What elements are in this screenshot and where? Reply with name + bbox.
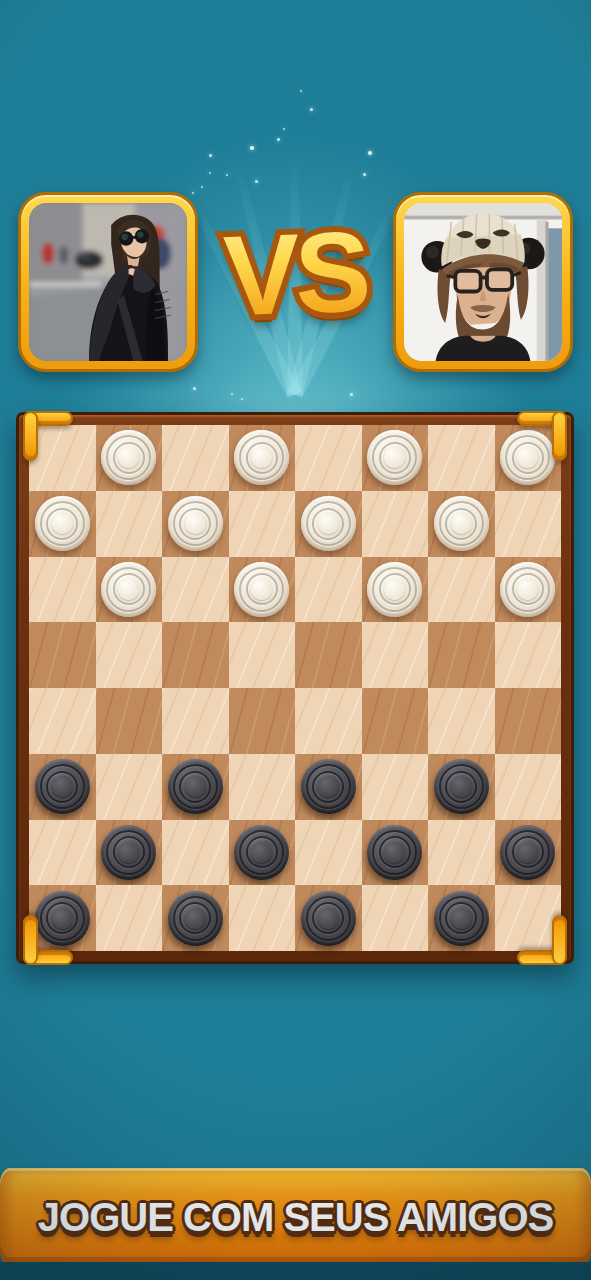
sparkle-dot <box>226 174 228 176</box>
board-dark-square[interactable] <box>29 885 96 951</box>
board-dark-square[interactable] <box>362 425 429 491</box>
board-dark-square[interactable] <box>29 491 96 557</box>
piece-dome <box>185 908 206 929</box>
board-light-square <box>29 425 96 491</box>
board-dark-square[interactable] <box>428 491 495 557</box>
checker-piece-black[interactable] <box>234 825 289 880</box>
board-light-square <box>29 557 96 623</box>
piece-dome <box>251 579 272 600</box>
board-dark-square[interactable] <box>229 820 296 886</box>
checker-piece-white[interactable] <box>500 430 555 485</box>
board-dark-square[interactable] <box>162 622 229 688</box>
player-avatar-left <box>18 192 198 372</box>
checker-piece-black[interactable] <box>168 759 223 814</box>
sparkle-dot <box>283 128 285 130</box>
board-light-square <box>495 622 562 688</box>
checker-piece-white[interactable] <box>101 562 156 617</box>
board-light-square <box>229 885 296 951</box>
board-dark-square[interactable] <box>295 491 362 557</box>
board-light-square <box>295 820 362 886</box>
board-dark-square[interactable] <box>495 557 562 623</box>
sparkle-dot <box>241 398 243 400</box>
board-grid <box>29 425 561 951</box>
sparkle-dot <box>231 393 233 395</box>
board-light-square <box>229 491 296 557</box>
checker-piece-white[interactable] <box>367 430 422 485</box>
board-light-square <box>96 622 163 688</box>
piece-dome <box>185 776 206 797</box>
piece-dome <box>118 579 139 600</box>
board-light-square <box>96 754 163 820</box>
board-light-square <box>362 754 429 820</box>
board-light-square <box>295 688 362 754</box>
checker-piece-black[interactable] <box>101 825 156 880</box>
checker-piece-white[interactable] <box>234 430 289 485</box>
board-light-square <box>428 820 495 886</box>
sparkle-dot <box>350 393 353 396</box>
sparkle-dot <box>255 180 258 183</box>
board-light-square <box>362 885 429 951</box>
board-light-square <box>162 688 229 754</box>
board-dark-square[interactable] <box>162 885 229 951</box>
ad-screen: VS VS <box>0 0 591 1280</box>
cta-banner[interactable]: JOGUE COM SEUS AMIGOS <box>0 1168 591 1266</box>
board-light-square <box>162 557 229 623</box>
piece-dome <box>318 908 339 929</box>
checker-piece-white[interactable] <box>500 562 555 617</box>
player-avatar-right <box>393 192 573 372</box>
checker-piece-black[interactable] <box>35 891 90 946</box>
piece-dome <box>52 776 73 797</box>
board-dark-square[interactable] <box>229 425 296 491</box>
vs-text: VS <box>178 200 411 348</box>
checker-piece-white[interactable] <box>367 562 422 617</box>
board-dark-square[interactable] <box>29 622 96 688</box>
board-light-square <box>162 820 229 886</box>
board-light-square <box>295 557 362 623</box>
board-light-square <box>96 491 163 557</box>
checker-piece-white[interactable] <box>35 496 90 551</box>
checker-piece-white[interactable] <box>434 496 489 551</box>
sparkle-dot <box>193 387 196 390</box>
checker-piece-white[interactable] <box>168 496 223 551</box>
board-dark-square[interactable] <box>162 754 229 820</box>
checker-piece-black[interactable] <box>301 759 356 814</box>
board-light-square <box>229 754 296 820</box>
sparkle-dot <box>209 154 212 157</box>
checker-piece-black[interactable] <box>434 891 489 946</box>
player-photo-left <box>29 203 187 361</box>
board-dark-square[interactable] <box>362 820 429 886</box>
piece-dome <box>517 579 538 600</box>
board-light-square <box>229 622 296 688</box>
board-light-square <box>29 688 96 754</box>
board-dark-square[interactable] <box>96 557 163 623</box>
piece-dome <box>52 908 73 929</box>
board-light-square <box>495 491 562 557</box>
board-dark-square[interactable] <box>295 885 362 951</box>
checkers-board <box>16 412 574 964</box>
checker-piece-white[interactable] <box>301 496 356 551</box>
board-dark-square[interactable] <box>96 425 163 491</box>
piece-dome <box>451 776 472 797</box>
board-dark-square[interactable] <box>96 820 163 886</box>
player-photo-right <box>404 203 562 361</box>
checker-piece-black[interactable] <box>434 759 489 814</box>
board-dark-square[interactable] <box>428 754 495 820</box>
board-light-square <box>495 885 562 951</box>
piece-dome <box>318 513 339 534</box>
board-dark-square[interactable] <box>362 557 429 623</box>
vs-badge: VS VS <box>178 200 411 358</box>
piece-dome <box>451 513 472 534</box>
piece-dome <box>517 842 538 863</box>
board-dark-square[interactable] <box>229 557 296 623</box>
sparkle-dot <box>192 192 194 194</box>
board-light-square <box>362 622 429 688</box>
board-light-square <box>495 754 562 820</box>
checker-piece-white[interactable] <box>234 562 289 617</box>
checker-piece-black[interactable] <box>301 891 356 946</box>
cta-banner-label: JOGUE COM SEUS AMIGOS <box>38 1195 553 1240</box>
board-light-square <box>362 491 429 557</box>
board-dark-square[interactable] <box>362 688 429 754</box>
sparkle-dot <box>250 146 254 150</box>
sparkle-dot <box>201 186 203 188</box>
board-light-square <box>428 688 495 754</box>
board-dark-square[interactable] <box>229 688 296 754</box>
board-dark-square[interactable] <box>295 754 362 820</box>
piece-dome <box>318 776 339 797</box>
board-dark-square[interactable] <box>162 491 229 557</box>
checker-piece-black[interactable] <box>168 891 223 946</box>
piece-dome <box>52 513 73 534</box>
piece-dome <box>384 579 405 600</box>
checker-piece-white[interactable] <box>101 430 156 485</box>
checker-piece-black[interactable] <box>367 825 422 880</box>
board-dark-square[interactable] <box>495 425 562 491</box>
sparkle-dot <box>368 151 372 155</box>
sparkle-dot <box>209 172 211 174</box>
bottom-strip <box>0 1262 591 1280</box>
sparkle-dot <box>363 173 366 176</box>
piece-dome <box>251 842 272 863</box>
board-dark-square[interactable] <box>495 820 562 886</box>
board-dark-square[interactable] <box>428 622 495 688</box>
board-light-square <box>295 425 362 491</box>
piece-dome <box>185 513 206 534</box>
checker-piece-black[interactable] <box>500 825 555 880</box>
board-dark-square[interactable] <box>96 688 163 754</box>
piece-dome <box>451 908 472 929</box>
board-dark-square[interactable] <box>295 622 362 688</box>
board-light-square <box>162 425 229 491</box>
board-dark-square[interactable] <box>428 885 495 951</box>
board-light-square <box>29 820 96 886</box>
board-light-square <box>96 885 163 951</box>
board-dark-square[interactable] <box>29 754 96 820</box>
sparkle-dot <box>310 108 313 111</box>
piece-dome <box>118 842 139 863</box>
sparkle-dot <box>277 138 280 141</box>
board-dark-square[interactable] <box>495 688 562 754</box>
checker-piece-black[interactable] <box>35 759 90 814</box>
piece-dome <box>384 842 405 863</box>
board-light-square <box>428 557 495 623</box>
sparkle-dot <box>300 90 302 92</box>
board-light-square <box>428 425 495 491</box>
